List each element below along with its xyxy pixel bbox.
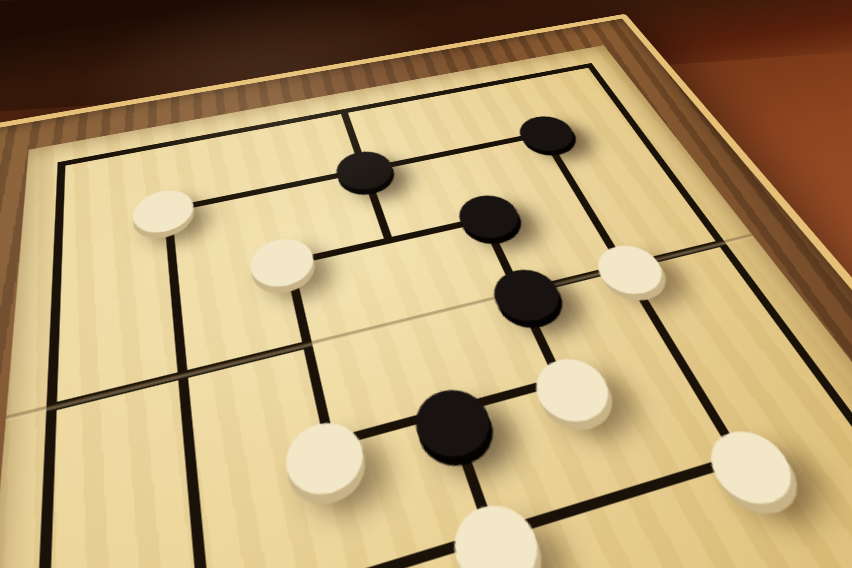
- photo-stage: ●●●●●●●●●●●●●●: [0, 0, 852, 568]
- white-piece-f2[interactable]: ●: [682, 405, 814, 518]
- white-piece-b6[interactable]: ●: [127, 174, 200, 240]
- black-piece-d3[interactable]: ●: [397, 365, 506, 469]
- point-d2[interactable]: ●: [441, 490, 551, 568]
- west-connector-line: [46, 342, 303, 413]
- white-piece-e3[interactable]: ●: [514, 336, 626, 433]
- board-wrap: ●●●●●●●●●●●●●●: [0, 14, 852, 568]
- white-piece-c3[interactable]: ●: [272, 396, 377, 507]
- point-f2[interactable]: ●: [692, 418, 806, 511]
- point-c5[interactable]: ●: [245, 230, 320, 291]
- south-connector-line: [445, 414, 555, 568]
- point-e3[interactable]: ●: [522, 346, 620, 426]
- white-piece-d2[interactable]: ●: [432, 475, 557, 568]
- white-piece-c5[interactable]: ●: [240, 222, 324, 296]
- perspective-scene: ●●●●●●●●●●●●●●: [0, 0, 852, 568]
- point-d3[interactable]: ●: [404, 377, 500, 463]
- black-piece-b2[interactable]: ●: [144, 556, 258, 568]
- board-frame-walnut: ●●●●●●●●●●●●●●: [0, 14, 852, 568]
- morris-board: ●●●●●●●●●●●●●●: [0, 45, 852, 568]
- point-b6[interactable]: ●: [130, 182, 196, 236]
- point-c4[interactable]: [260, 311, 343, 385]
- point-d6[interactable]: ●: [329, 144, 399, 193]
- point-b4[interactable]: [138, 339, 218, 418]
- point-a4[interactable]: [3, 368, 86, 452]
- point-c3[interactable]: ●: [278, 409, 371, 501]
